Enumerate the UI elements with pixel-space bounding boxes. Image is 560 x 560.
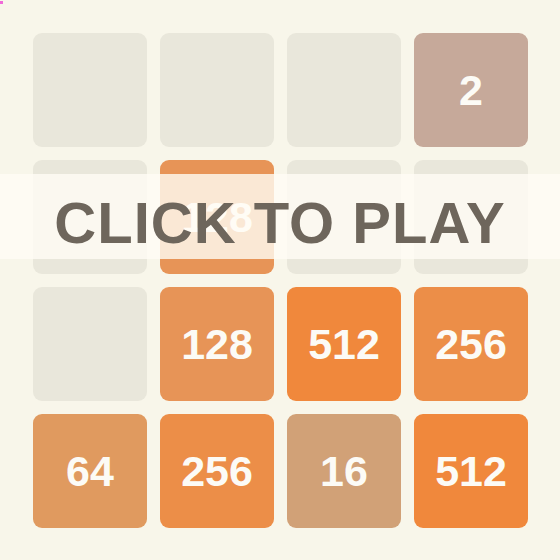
empty-cell-r1c1 [33,33,147,147]
click-to-play-label: CLICK TO PLAY [54,189,505,256]
empty-cell-r3c1 [33,287,147,401]
screen-artifact-pixel [0,1,3,4]
tile-128-r3c2: 128 [160,287,274,401]
game-screen: 21281285122566425616512 CLICK TO PLAY [0,0,560,560]
empty-cell-r1c2 [160,33,274,147]
tile-64-r4c1: 64 [33,414,147,528]
tile-256-r3c4: 256 [414,287,528,401]
tile-512-r4c4: 512 [414,414,528,528]
tile-512-r3c3: 512 [287,287,401,401]
click-to-play-overlay[interactable]: CLICK TO PLAY [0,174,560,259]
tile-16-r4c3: 16 [287,414,401,528]
tile-256-r4c2: 256 [160,414,274,528]
tile-2-r1c4: 2 [414,33,528,147]
empty-cell-r1c3 [287,33,401,147]
board-grid-2048: 21281285122566425616512 [33,33,528,528]
